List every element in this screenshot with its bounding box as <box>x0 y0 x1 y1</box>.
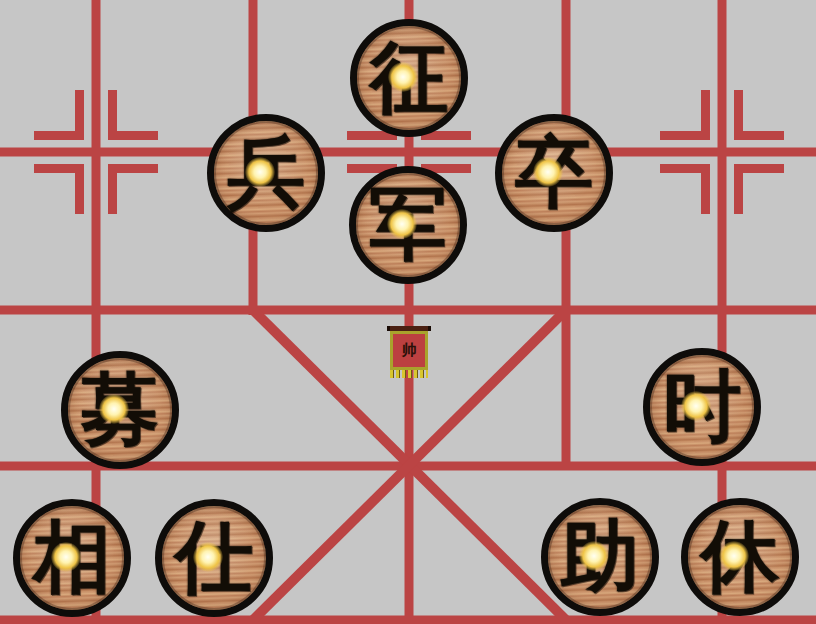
piece-label: 仕 <box>175 519 253 597</box>
piece-label: 卒 <box>515 134 593 212</box>
piece-label: 相 <box>33 519 111 597</box>
piece-zu[interactable]: 卒 <box>495 114 613 232</box>
piece-label: 休 <box>701 518 779 596</box>
piece-label: 助 <box>561 518 639 596</box>
piece-label: 征 <box>370 39 448 117</box>
piece-mu[interactable]: 募 <box>61 351 179 469</box>
piece-label: 军 <box>369 186 447 264</box>
flag-label: 帅 <box>402 343 417 358</box>
marshal-flag: 帅 <box>387 326 431 376</box>
piece-bing[interactable]: 兵 <box>207 114 325 232</box>
piece-zhu[interactable]: 助 <box>541 498 659 616</box>
piece-xiang[interactable]: 相 <box>13 499 131 617</box>
flag-body: 帅 <box>390 331 428 370</box>
piece-label: 兵 <box>227 134 305 212</box>
piece-xiu[interactable]: 休 <box>681 498 799 616</box>
flag-fringe <box>390 370 428 378</box>
xiangqi-menu-board: 帅 征兵军卒募时相仕助休 <box>0 0 816 624</box>
piece-label: 时 <box>663 368 741 446</box>
piece-label: 募 <box>81 371 159 449</box>
piece-zheng[interactable]: 征 <box>350 19 468 137</box>
piece-shi-advisor[interactable]: 仕 <box>155 499 273 617</box>
piece-shi-time[interactable]: 时 <box>643 348 761 466</box>
piece-jun[interactable]: 军 <box>349 166 467 284</box>
